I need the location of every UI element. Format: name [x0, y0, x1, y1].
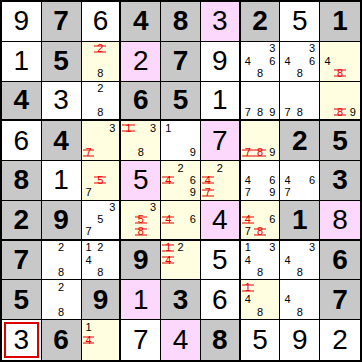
- cell-r9c9[interactable]: 2: [320, 320, 360, 360]
- candidate: 4: [242, 254, 254, 266]
- solved-digit: 3: [212, 7, 228, 35]
- cell-r5c4[interactable]: 5: [121, 161, 161, 201]
- eliminated-candidate: 1: [242, 281, 254, 293]
- eliminated-candidate: 7: [83, 147, 95, 159]
- cell-r2c2[interactable]: 5: [42, 42, 82, 82]
- candidate-slot-9: [67, 266, 79, 278]
- candidate-slot-1: [83, 122, 95, 134]
- solved-digit: 2: [133, 47, 149, 75]
- cell-r6c9[interactable]: 8: [320, 201, 360, 241]
- cell-r4c7[interactable]: 789: [241, 121, 281, 161]
- eliminated-candidate: 8: [254, 147, 266, 159]
- candidate-slot-5: [55, 294, 67, 306]
- candidate-slot-6: [106, 334, 118, 347]
- candidate-slot-3: [266, 202, 278, 214]
- candidate: 8: [294, 306, 306, 318]
- pencil-marks: 48: [281, 281, 318, 318]
- candidate-slot-3: [106, 43, 118, 55]
- candidate-slot-7: [281, 266, 293, 278]
- candidate-slot-7: [242, 67, 254, 79]
- cell-r3c6[interactable]: 1: [201, 82, 241, 122]
- candidate-slot-9: [147, 226, 159, 238]
- candidate-slot-2: [94, 202, 106, 214]
- candidate-slot-6: [306, 254, 318, 266]
- cell-r2c6[interactable]: 9: [201, 42, 241, 82]
- candidate-slot-1: [281, 242, 293, 254]
- cell-r8c4[interactable]: 1: [121, 280, 161, 320]
- candidate: 7: [242, 226, 254, 238]
- cell-r4c4[interactable]: 138: [121, 121, 161, 161]
- given-digit: 8: [173, 7, 189, 35]
- cell-r3c5[interactable]: 5: [161, 82, 201, 122]
- cell-r2c1[interactable]: 1: [2, 42, 42, 82]
- candidate: 4: [83, 254, 95, 266]
- candidate: 6: [266, 174, 278, 186]
- cell-r3c2[interactable]: 3: [42, 82, 82, 122]
- candidate-slot-5: [174, 174, 186, 186]
- candidate: 9: [266, 187, 278, 199]
- eliminated-candidate: 1: [162, 242, 174, 254]
- candidate-slot-1: [281, 43, 293, 55]
- candidate: 7: [242, 187, 254, 199]
- candidate: 1: [83, 242, 95, 254]
- pencil-marks: 247: [202, 162, 238, 199]
- cell-r6c4[interactable]: 358: [121, 201, 161, 241]
- candidate-slot-6: [187, 254, 199, 266]
- candidate-slot-7: [242, 306, 254, 318]
- pencil-marks: 48: [321, 43, 359, 80]
- pencil-marks: 14: [83, 321, 119, 359]
- candidate: 4: [242, 174, 254, 186]
- cell-r5c2[interactable]: 1: [42, 161, 82, 201]
- eliminated-candidate: 8: [254, 226, 266, 238]
- solved-digit: 9: [14, 7, 30, 35]
- candidate: 7: [83, 226, 95, 238]
- cell-r7c7[interactable]: 1348: [241, 241, 281, 281]
- candidate-slot-4: [242, 135, 254, 147]
- candidate-slot-9: [226, 187, 238, 199]
- candidate-slot-7: [162, 226, 174, 238]
- candidate-slot-1: [83, 83, 95, 95]
- candidate-slot-9: [266, 306, 278, 318]
- pencil-marks: 4678: [242, 202, 279, 238]
- cell-r4c9[interactable]: 5: [320, 121, 360, 161]
- candidate-slot-4: [83, 214, 95, 226]
- candidate-slot-5: [254, 55, 266, 67]
- candidate-slot-5: [294, 55, 306, 67]
- candidate-slot-1: [43, 242, 55, 254]
- candidate: 6: [187, 174, 199, 186]
- candidate-slot-3: [306, 83, 318, 95]
- candidate: 7: [281, 187, 293, 199]
- candidate-slot-9: [147, 147, 159, 159]
- candidate-slot-5: [135, 135, 147, 147]
- cell-r9c8[interactable]: 9: [280, 320, 320, 360]
- cell-r5c9[interactable]: 3: [320, 161, 360, 201]
- given-digit: 5: [332, 127, 348, 155]
- given-digit: 2: [292, 127, 308, 155]
- candidate-slot-5: [55, 254, 67, 266]
- candidate-slot-4: [122, 135, 134, 147]
- candidate-slot-6: [226, 174, 238, 186]
- cell-r6c7[interactable]: 4678: [241, 201, 281, 241]
- candidate-slot-1: [321, 83, 334, 95]
- candidate-slot-3: [187, 202, 199, 214]
- candidate: 6: [266, 214, 278, 226]
- cell-r5c7[interactable]: 4679: [241, 161, 281, 201]
- eliminated-candidate: 8: [334, 67, 347, 79]
- candidate-slot-7: [43, 266, 55, 278]
- pencil-marks: 37: [83, 122, 119, 159]
- candidate-slot-3: [67, 281, 79, 293]
- given-digit: 4: [14, 86, 30, 114]
- candidate: 8: [94, 266, 106, 278]
- candidate-slot-4: [83, 94, 95, 106]
- candidate: 3: [106, 202, 118, 214]
- candidate-slot-2: [294, 281, 306, 293]
- solved-digit: 7: [212, 127, 228, 155]
- eliminated-candidate: 4: [242, 214, 254, 226]
- given-digit: 6: [53, 326, 69, 354]
- candidate-slot-5: [294, 294, 306, 306]
- candidate: 7: [281, 106, 293, 118]
- given-digit: 1: [292, 206, 308, 234]
- cell-r4c6[interactable]: 7: [201, 121, 241, 161]
- cell-r6c6[interactable]: 4: [201, 201, 241, 241]
- candidate-slot-3: [187, 122, 199, 134]
- solved-digit: 5: [292, 7, 308, 35]
- candidate: 3: [266, 43, 278, 55]
- solved-digit: 6: [93, 7, 109, 35]
- candidate-slot-3: [67, 242, 79, 254]
- given-digit: 7: [332, 286, 348, 314]
- candidate-slot-5: [254, 254, 266, 266]
- cell-r7c4[interactable]: 9: [121, 241, 161, 281]
- given-digit: 9: [93, 286, 109, 314]
- candidate-slot-5: [294, 174, 306, 186]
- candidate-slot-3: [106, 321, 118, 334]
- given-digit: 7: [53, 7, 69, 35]
- solved-digit: 8: [332, 206, 348, 234]
- cell-r8c2[interactable]: 28: [42, 280, 82, 320]
- candidate: 4: [281, 254, 293, 266]
- solved-digit: 5: [212, 246, 228, 274]
- cell-r4c5[interactable]: 19: [161, 121, 201, 161]
- cell-r8c5[interactable]: 3: [161, 280, 201, 320]
- eliminated-candidate: 4: [202, 174, 214, 186]
- cell-r5c1[interactable]: 8: [2, 161, 42, 201]
- candidate-slot-4: [281, 94, 293, 106]
- candidate-slot-7: [83, 67, 95, 79]
- cell-r9c4[interactable]: 7: [121, 320, 161, 360]
- cell-r8c8[interactable]: 48: [280, 280, 320, 320]
- candidate-slot-7: [83, 106, 95, 118]
- candidate-slot-5: [94, 135, 106, 147]
- cell-r4c3[interactable]: 37: [82, 121, 122, 161]
- candidate-slot-1: [321, 43, 334, 55]
- candidate-slot-6: [147, 135, 159, 147]
- candidate-slot-7: [43, 306, 55, 318]
- cell-r4c2[interactable]: 4: [42, 121, 82, 161]
- candidate: 4: [281, 294, 293, 306]
- cell-r5c8[interactable]: 467: [280, 161, 320, 201]
- candidate: 3: [147, 202, 159, 214]
- cell-r9c2[interactable]: 6: [42, 320, 82, 360]
- candidate-slot-7: [122, 147, 134, 159]
- candidate-slot-1: [162, 202, 174, 214]
- cell-r7c6[interactable]: 5: [201, 241, 241, 281]
- cell-r4c8[interactable]: 2: [280, 121, 320, 161]
- cell-r2c7[interactable]: 3468: [241, 42, 281, 82]
- candidate: 4: [281, 55, 293, 67]
- candidate-slot-6: [306, 94, 318, 106]
- candidate: 7: [83, 187, 95, 199]
- candidate: 8: [294, 106, 306, 118]
- candidate-slot-6: [266, 254, 278, 266]
- candidate-slot-1: [83, 162, 95, 174]
- candidate-slot-6: [346, 55, 359, 67]
- cell-r1c8[interactable]: 5: [280, 2, 320, 42]
- candidate-slot-5: [334, 55, 347, 67]
- candidate-slot-1: [242, 122, 254, 134]
- eliminated-candidate: 4: [162, 214, 174, 226]
- cell-r5c5[interactable]: 2469: [161, 161, 201, 201]
- candidate-slot-3: [266, 122, 278, 134]
- cell-r3c7[interactable]: 789: [241, 82, 281, 122]
- candidate: 3: [306, 242, 318, 254]
- candidate-slot-9: [266, 226, 278, 238]
- cell-r1c9[interactable]: 1: [320, 2, 360, 42]
- candidate-slot-6: [266, 94, 278, 106]
- candidate-slot-9: [306, 266, 318, 278]
- candidate-slot-4: [122, 214, 134, 226]
- candidate-slot-2: [174, 122, 186, 134]
- candidate-slot-6: [106, 254, 118, 266]
- candidate-slot-9: [106, 67, 118, 79]
- given-digit: 6: [332, 246, 348, 274]
- cell-r2c8[interactable]: 3468: [280, 42, 320, 82]
- candidate: 8: [254, 106, 266, 118]
- cell-r9c6[interactable]: 8: [201, 320, 241, 360]
- cell-r5c3[interactable]: 57: [82, 161, 122, 201]
- candidate-slot-4: [83, 135, 95, 147]
- eliminated-candidate: 7: [242, 147, 254, 159]
- candidate-slot-3: [266, 83, 278, 95]
- pencil-marks: 19: [162, 122, 199, 159]
- candidate: 3: [306, 43, 318, 55]
- eliminated-candidate: 4: [83, 334, 95, 347]
- candidate-slot-5: [254, 135, 266, 147]
- candidate-slot-9: [106, 346, 118, 359]
- eliminated-candidate: 1: [122, 122, 134, 134]
- cell-r6c2[interactable]: 9: [42, 201, 82, 241]
- candidate-slot-3: [106, 162, 118, 174]
- candidate: 2: [174, 242, 186, 254]
- candidate-slot-6: [346, 94, 359, 106]
- pencil-marks: 789: [242, 83, 279, 119]
- candidate-slot-2: [94, 321, 106, 334]
- candidate-slot-5: [334, 94, 347, 106]
- candidate-slot-9: [266, 266, 278, 278]
- cell-r3c8[interactable]: 78: [280, 82, 320, 122]
- cell-r8c1[interactable]: 5: [2, 280, 42, 320]
- candidate-slot-2: [254, 162, 266, 174]
- candidate-slot-2: [294, 83, 306, 95]
- pencil-marks: 28: [43, 242, 80, 279]
- solved-digit: 9: [292, 326, 308, 354]
- candidate-slot-5: [174, 214, 186, 226]
- cell-r1c2[interactable]: 7: [42, 2, 82, 42]
- candidate: 6: [187, 214, 199, 226]
- solved-digit: 1: [53, 166, 69, 194]
- candidate-slot-4: [83, 174, 95, 186]
- cell-r8c3[interactable]: 9: [82, 280, 122, 320]
- candidate: 2: [174, 162, 186, 174]
- cell-r1c4[interactable]: 4: [121, 2, 161, 42]
- cell-r6c5[interactable]: 46: [161, 201, 201, 241]
- candidate-slot-1: [162, 162, 174, 174]
- cell-r1c3[interactable]: 6: [82, 2, 122, 42]
- pencil-marks: 28: [83, 43, 119, 80]
- given-digit: 2: [14, 206, 30, 234]
- given-digit: 7: [173, 47, 189, 75]
- candidate: 6: [306, 55, 318, 67]
- candidate-slot-7: [281, 306, 293, 318]
- cell-r1c5[interactable]: 8: [161, 2, 201, 42]
- candidate: 3: [147, 122, 159, 134]
- candidate-slot-9: [187, 266, 199, 278]
- solved-digit: 6: [14, 127, 30, 155]
- pencil-marks: 28: [43, 281, 80, 318]
- candidate-slot-8: [94, 147, 106, 159]
- candidate-slot-2: [254, 281, 266, 293]
- cell-r1c1[interactable]: 9: [2, 2, 42, 42]
- candidate-slot-8: [174, 226, 186, 238]
- candidate-slot-3: [266, 162, 278, 174]
- candidate-slot-3: [266, 281, 278, 293]
- pencil-marks: 4679: [242, 162, 279, 199]
- cell-r8c7[interactable]: 148: [241, 280, 281, 320]
- eliminated-candidate: 8: [135, 226, 147, 238]
- cell-r3c9[interactable]: 89: [320, 82, 360, 122]
- cell-r9c3[interactable]: 14: [82, 320, 122, 360]
- cell-r8c6[interactable]: 6: [201, 280, 241, 320]
- cell-r7c2[interactable]: 28: [42, 241, 82, 281]
- candidate: 6: [306, 174, 318, 186]
- candidate: 2: [94, 83, 106, 95]
- cell-r1c7[interactable]: 2: [241, 2, 281, 42]
- candidate-slot-8: [94, 346, 106, 359]
- candidate-slot-7: [321, 67, 334, 79]
- candidate: 8: [294, 266, 306, 278]
- candidate-slot-3: [306, 162, 318, 174]
- given-digit: 9: [53, 206, 69, 234]
- candidate: 3: [266, 242, 278, 254]
- cell-r8c9[interactable]: 7: [320, 280, 360, 320]
- candidate-slot-8: [174, 187, 186, 199]
- candidate-slot-7: [162, 147, 174, 159]
- candidate-slot-6: [306, 294, 318, 306]
- cell-r4c1[interactable]: 6: [2, 121, 42, 161]
- cell-r3c3[interactable]: 28: [82, 82, 122, 122]
- cell-r2c9[interactable]: 48: [320, 42, 360, 82]
- solved-digit: 4: [173, 326, 189, 354]
- cell-r1c6[interactable]: 3: [201, 2, 241, 42]
- candidate-slot-8: [214, 187, 226, 199]
- cell-r9c1[interactable]: 3: [2, 320, 42, 360]
- candidate-slot-6: [106, 94, 118, 106]
- eliminated-candidate: 5: [135, 214, 147, 226]
- cell-r9c7[interactable]: 5: [241, 320, 281, 360]
- cell-r2c5[interactable]: 7: [161, 42, 201, 82]
- given-digit: 7: [14, 246, 30, 274]
- candidate-slot-2: [94, 122, 106, 134]
- cell-r7c3[interactable]: 1248: [82, 241, 122, 281]
- candidate-slot-2: [294, 162, 306, 174]
- candidate: 6: [266, 55, 278, 67]
- cell-r2c4[interactable]: 2: [121, 42, 161, 82]
- cell-r3c1[interactable]: 4: [2, 82, 42, 122]
- cell-r7c8[interactable]: 348: [280, 241, 320, 281]
- candidate: 8: [94, 67, 106, 79]
- given-digit: 3: [332, 166, 348, 194]
- solved-digit: 5: [133, 166, 149, 194]
- candidate: 3: [106, 122, 118, 134]
- candidate-slot-3: [306, 281, 318, 293]
- given-digit: 5: [53, 47, 69, 75]
- candidate: 2: [214, 162, 226, 174]
- eliminated-candidate: 7: [202, 187, 214, 199]
- candidate-slot-1: [242, 202, 254, 214]
- solved-digit: 3: [53, 86, 69, 114]
- pencil-marks: 3468: [281, 43, 318, 80]
- candidate-slot-9: [106, 106, 118, 118]
- candidate-slot-3: [106, 242, 118, 254]
- cell-r6c1[interactable]: 2: [2, 201, 42, 241]
- cell-r9c5[interactable]: 4: [161, 320, 201, 360]
- candidate-slot-3: [106, 83, 118, 95]
- solved-digit: 7: [133, 326, 149, 354]
- solved-digit: 3: [14, 326, 30, 354]
- candidate-slot-2: [254, 202, 266, 214]
- cell-r7c1[interactable]: 7: [2, 241, 42, 281]
- given-digit: 5: [173, 86, 189, 114]
- candidate-slot-7: [122, 226, 134, 238]
- candidate-slot-6: [266, 294, 278, 306]
- cell-r5c6[interactable]: 247: [201, 161, 241, 201]
- cell-r2c3[interactable]: 28: [82, 42, 122, 82]
- candidate-slot-1: [242, 162, 254, 174]
- candidate: 1: [162, 122, 174, 134]
- candidate-slot-3: [226, 162, 238, 174]
- candidate-slot-1: [83, 43, 95, 55]
- candidate-slot-6: [187, 135, 199, 147]
- cell-r6c3[interactable]: 357: [82, 201, 122, 241]
- cell-r6c8[interactable]: 1: [280, 201, 320, 241]
- given-digit: 4: [133, 7, 149, 35]
- pencil-marks: 3468: [242, 43, 279, 80]
- cell-r7c9[interactable]: 6: [320, 241, 360, 281]
- candidate-slot-5: [174, 254, 186, 266]
- pencil-marks: 1348: [242, 242, 279, 279]
- candidate-slot-5: [174, 135, 186, 147]
- candidate: 9: [187, 187, 199, 199]
- cell-r7c5[interactable]: 124: [161, 241, 201, 281]
- cell-r3c4[interactable]: 6: [121, 82, 161, 122]
- pencil-marks: 2469: [162, 162, 199, 199]
- candidate-slot-8: [174, 266, 186, 278]
- sudoku-board: 9764832511528279346834684843286517897889…: [0, 0, 362, 362]
